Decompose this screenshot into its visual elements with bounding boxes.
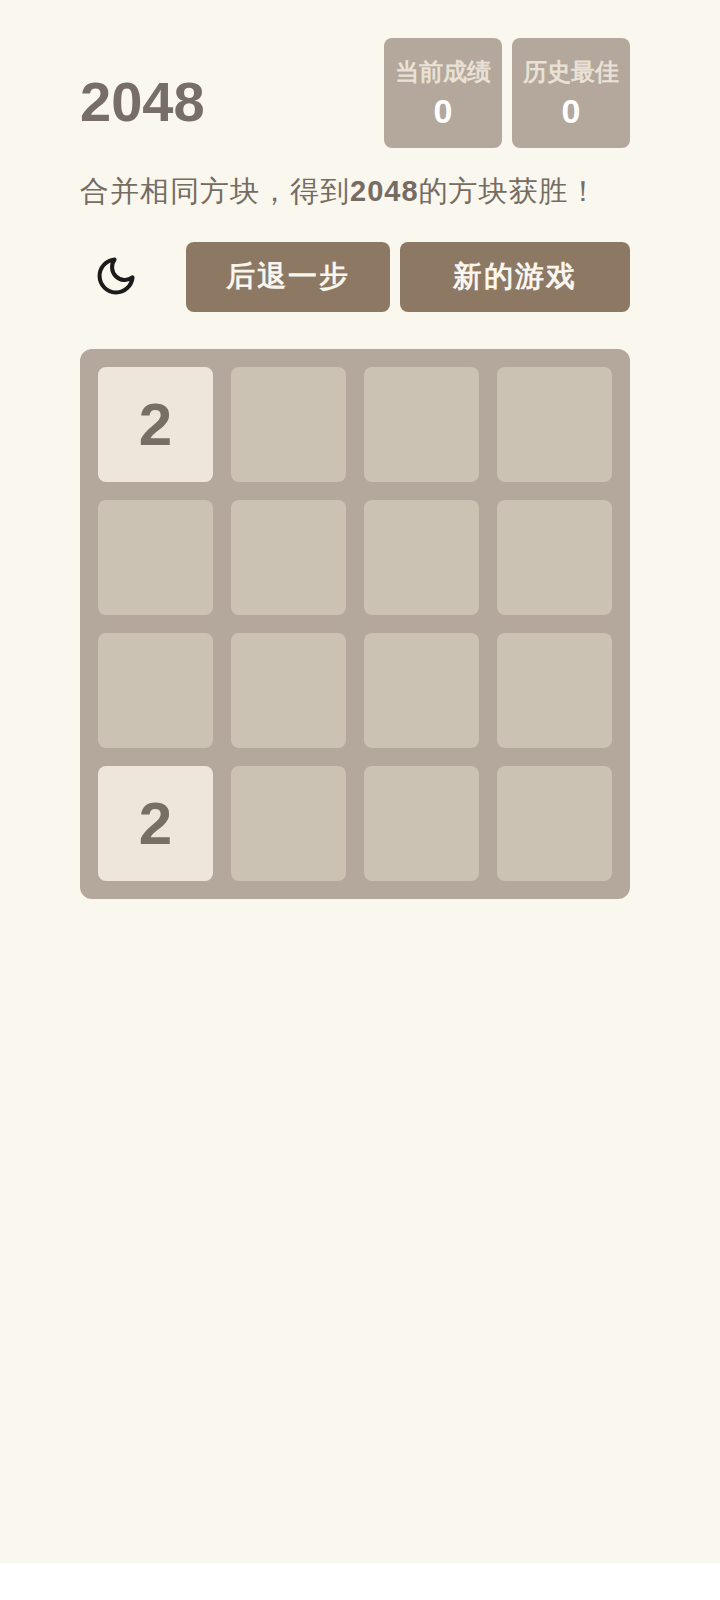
empty-cell xyxy=(364,766,479,881)
instructions-part3: 的方块获胜！ xyxy=(419,175,599,207)
current-score-box: 当前成绩 0 xyxy=(384,38,502,148)
tile-2: 2 xyxy=(98,766,213,881)
score-boxes: 当前成绩 0 历史最佳 0 xyxy=(384,38,630,148)
page-title: 2048 xyxy=(80,74,205,130)
best-score-value: 0 xyxy=(562,92,581,131)
content-column: 2048 当前成绩 0 历史最佳 0 合并相同方块，得到2048的方块获胜！ xyxy=(80,0,630,899)
app-background: 2048 当前成绩 0 历史最佳 0 合并相同方块，得到2048的方块获胜！ xyxy=(0,0,720,1563)
empty-cell xyxy=(98,500,213,615)
current-score-label: 当前成绩 xyxy=(395,56,491,88)
controls-row: 后退一步 新的游戏 xyxy=(80,242,630,312)
button-group: 后退一步 新的游戏 xyxy=(186,242,630,312)
instructions-part1: 合并相同方块，得到 xyxy=(80,175,350,207)
empty-cell xyxy=(497,633,612,748)
empty-cell xyxy=(497,500,612,615)
dark-mode-toggle[interactable] xyxy=(92,253,140,301)
undo-button[interactable]: 后退一步 xyxy=(186,242,390,312)
best-score-box: 历史最佳 0 xyxy=(512,38,630,148)
empty-cell xyxy=(364,633,479,748)
moon-icon xyxy=(94,254,138,301)
game-board[interactable]: 22 xyxy=(80,349,630,899)
empty-cell xyxy=(231,367,346,482)
current-score-value: 0 xyxy=(434,92,453,131)
best-score-label: 历史最佳 xyxy=(523,56,619,88)
empty-cell xyxy=(231,500,346,615)
instructions-goal-number: 2048 xyxy=(350,175,419,207)
empty-cell xyxy=(497,766,612,881)
game-instructions: 合并相同方块，得到2048的方块获胜！ xyxy=(80,172,630,212)
empty-cell xyxy=(497,367,612,482)
empty-cell xyxy=(231,766,346,881)
empty-cell xyxy=(364,367,479,482)
header: 2048 当前成绩 0 历史最佳 0 xyxy=(80,0,630,148)
empty-cell xyxy=(231,633,346,748)
empty-cell xyxy=(98,633,213,748)
tile-2: 2 xyxy=(98,367,213,482)
new-game-button[interactable]: 新的游戏 xyxy=(400,242,630,312)
empty-cell xyxy=(364,500,479,615)
